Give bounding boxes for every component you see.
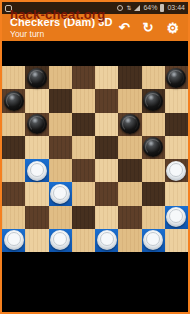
board-square[interactable] — [95, 229, 118, 252]
board-square[interactable] — [118, 66, 141, 89]
network-arrows-icon: ⇅ — [126, 5, 131, 11]
white-piece[interactable] — [143, 230, 163, 250]
board-square — [72, 136, 95, 159]
board-square[interactable] — [49, 89, 72, 112]
undo-icon[interactable]: ↶ — [119, 21, 130, 35]
board-square[interactable] — [165, 159, 188, 182]
app-frame: ⇅ 64% 03:44 Checkers (Dam) 3D Your turn … — [0, 0, 190, 314]
board-square[interactable] — [25, 113, 48, 136]
black-piece[interactable] — [120, 114, 140, 134]
board-square[interactable] — [72, 206, 95, 229]
board-square[interactable] — [25, 159, 48, 182]
status-bar: ⇅ 64% 03:44 — [2, 2, 188, 14]
board-square[interactable] — [142, 136, 165, 159]
board-square — [25, 136, 48, 159]
board-square[interactable] — [2, 229, 25, 252]
board-square[interactable] — [95, 136, 118, 159]
board-margin-top — [2, 41, 188, 66]
board-square — [118, 229, 141, 252]
black-piece[interactable] — [143, 137, 163, 157]
page-title: Checkers (Dam) 3D — [10, 16, 113, 28]
board-square — [2, 66, 25, 89]
board-square[interactable] — [95, 89, 118, 112]
board-square — [95, 159, 118, 182]
white-piece[interactable] — [97, 230, 117, 250]
board-square[interactable] — [165, 206, 188, 229]
board-square — [165, 229, 188, 252]
board-square[interactable] — [72, 66, 95, 89]
board-square[interactable] — [165, 66, 188, 89]
black-piece[interactable] — [27, 114, 47, 134]
signal-icon — [134, 5, 140, 11]
board-square — [142, 159, 165, 182]
black-piece[interactable] — [143, 91, 163, 111]
black-piece[interactable] — [27, 68, 47, 88]
clock: 03:44 — [167, 2, 185, 14]
board-square — [25, 182, 48, 205]
notification-icon — [5, 5, 12, 12]
board-square[interactable] — [72, 113, 95, 136]
board-square[interactable] — [118, 206, 141, 229]
board-square — [49, 159, 72, 182]
board-square — [118, 136, 141, 159]
checkers-board — [2, 66, 188, 252]
board-square[interactable] — [118, 159, 141, 182]
board-square[interactable] — [2, 182, 25, 205]
white-piece[interactable] — [4, 230, 24, 250]
board-square — [118, 89, 141, 112]
alarm-icon — [117, 5, 123, 11]
board-square — [49, 66, 72, 89]
board-square[interactable] — [95, 182, 118, 205]
board-square[interactable] — [49, 182, 72, 205]
board-square — [165, 136, 188, 159]
board-square — [25, 229, 48, 252]
board-square — [165, 89, 188, 112]
board-square — [142, 206, 165, 229]
app-bar: Checkers (Dam) 3D Your turn ↶ ↻ ⚙ — [2, 14, 188, 41]
board-square — [142, 66, 165, 89]
board-square — [95, 113, 118, 136]
board-square[interactable] — [72, 159, 95, 182]
board-square — [95, 66, 118, 89]
board-square[interactable] — [49, 136, 72, 159]
white-piece[interactable] — [166, 207, 186, 227]
board-square[interactable] — [142, 229, 165, 252]
board-square — [49, 113, 72, 136]
board-square[interactable] — [142, 89, 165, 112]
board-square — [165, 182, 188, 205]
board-square[interactable] — [2, 136, 25, 159]
battery-percent: 64% — [143, 2, 157, 14]
board-square — [142, 113, 165, 136]
board-square — [95, 206, 118, 229]
white-piece[interactable] — [166, 161, 186, 181]
board-square — [72, 89, 95, 112]
board-square[interactable] — [25, 206, 48, 229]
turn-status: Your turn — [10, 29, 113, 39]
board-square — [2, 206, 25, 229]
board-square — [25, 89, 48, 112]
board-square[interactable] — [25, 66, 48, 89]
settings-icon[interactable]: ⚙ — [166, 21, 179, 35]
black-piece[interactable] — [4, 91, 24, 111]
white-piece[interactable] — [50, 230, 70, 250]
board-margin-bottom — [2, 252, 188, 312]
board-square — [2, 113, 25, 136]
board-square[interactable] — [118, 113, 141, 136]
battery-icon — [160, 4, 164, 12]
refresh-icon[interactable]: ↻ — [143, 21, 154, 35]
board-square[interactable] — [2, 89, 25, 112]
board-square — [49, 206, 72, 229]
black-piece[interactable] — [166, 68, 186, 88]
board-square — [118, 182, 141, 205]
white-piece[interactable] — [27, 161, 47, 181]
board-square — [72, 229, 95, 252]
board-square[interactable] — [165, 113, 188, 136]
white-piece[interactable] — [50, 184, 70, 204]
board-square[interactable] — [49, 229, 72, 252]
board-square[interactable] — [142, 182, 165, 205]
board-square — [72, 182, 95, 205]
board-square — [2, 159, 25, 182]
